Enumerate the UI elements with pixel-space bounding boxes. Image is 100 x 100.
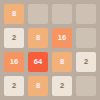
tile-8-r2c2: 8: [28, 28, 48, 48]
tile-2-r4c3: 2: [52, 76, 72, 96]
tile-2-r4c1: 2: [4, 76, 24, 96]
empty-cell-r1c4: [76, 4, 96, 24]
tile-64-r3c2: 64: [28, 52, 48, 72]
tile-2-r2c1: 2: [4, 28, 24, 48]
board-2048[interactable]: 82816166482282: [0, 0, 100, 100]
tile-8-r4c2: 8: [28, 76, 48, 96]
tile-8-r3c3: 8: [52, 52, 72, 72]
tile-16-r2c3: 16: [52, 28, 72, 48]
tile-16-r3c1: 16: [4, 52, 24, 72]
empty-cell-r1c2: [28, 4, 48, 24]
tile-2-r3c4: 2: [76, 52, 96, 72]
tile-8-r1c1: 8: [4, 4, 24, 24]
empty-cell-r1c3: [52, 4, 72, 24]
empty-cell-r4c4: [76, 76, 96, 96]
empty-cell-r2c4: [76, 28, 96, 48]
